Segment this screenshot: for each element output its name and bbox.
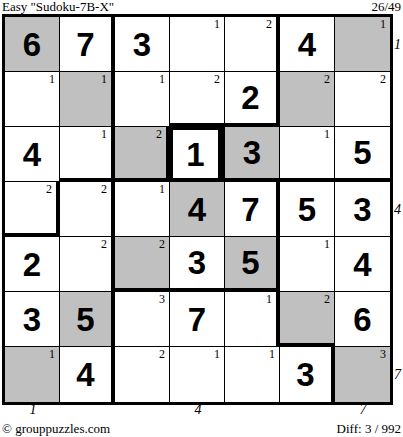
- cell-r3c6[interactable]: 1: [280, 127, 335, 182]
- cell-r2c2[interactable]: 1: [60, 72, 115, 127]
- given-digit: 1: [186, 138, 204, 171]
- given-digit: 4: [23, 138, 41, 171]
- cell-r6c3[interactable]: 3: [115, 292, 170, 347]
- cell-r2c5[interactable]: 2: [225, 72, 280, 127]
- cell-r4c6[interactable]: 5: [280, 182, 335, 237]
- given-digit: 6: [353, 303, 371, 336]
- cell-r4c7[interactable]: 3: [335, 182, 390, 237]
- copyright: © grouppuzzles.com: [2, 421, 110, 437]
- coord-bottom-7: 7: [360, 403, 367, 417]
- cell-r6c2[interactable]: 5: [60, 292, 115, 347]
- cell-r5c7[interactable]: 4: [335, 237, 390, 292]
- cell-r6c4[interactable]: 7: [170, 292, 225, 347]
- cell-r7c1[interactable]: 1: [5, 347, 60, 402]
- cell-r4c5[interactable]: 7: [225, 182, 280, 237]
- pencil-mark: 1: [269, 348, 275, 360]
- given-digit: 4: [188, 193, 206, 226]
- given-digit: 7: [241, 193, 259, 226]
- pencil-mark: 2: [156, 128, 162, 140]
- cell-r2c4[interactable]: 2: [170, 72, 225, 127]
- cell-r3c4[interactable]: 1: [170, 127, 225, 182]
- cell-r4c1[interactable]: 2: [5, 182, 60, 237]
- cell-r1c6[interactable]: 4: [280, 17, 335, 72]
- cell-r4c3[interactable]: 1: [115, 182, 170, 237]
- cell-r7c3[interactable]: 2: [115, 347, 170, 402]
- given-digit: 6: [23, 28, 41, 61]
- given-digit: 5: [298, 193, 316, 226]
- progress-counter: 26/49: [371, 0, 401, 13]
- cell-r6c6[interactable]: 2: [280, 292, 335, 347]
- given-digit: 3: [243, 136, 261, 169]
- coord-right-1: 1: [394, 38, 401, 52]
- cell-r3c5[interactable]: 3: [225, 127, 280, 182]
- given-digit: 7: [188, 303, 206, 336]
- given-digit: 3: [353, 193, 371, 226]
- given-digit: 4: [76, 358, 94, 391]
- cell-r1c2[interactable]: 7: [60, 17, 115, 72]
- pencil-mark: 1: [214, 18, 220, 30]
- header: Easy "Sudoku-7B-X" 26/49: [2, 0, 401, 14]
- pencil-mark: 1: [159, 183, 165, 195]
- pencil-mark: 1: [101, 128, 107, 140]
- pencil-mark: 2: [380, 73, 386, 85]
- cell-r4c2[interactable]: 2: [60, 182, 115, 237]
- given-digit: 3: [188, 246, 206, 279]
- pencil-mark: 1: [380, 18, 386, 30]
- cell-r2c3[interactable]: 1: [115, 72, 170, 127]
- cell-r3c2[interactable]: 1: [60, 127, 115, 182]
- coord-right-7: 7: [394, 368, 401, 382]
- given-digit: 3: [133, 28, 151, 61]
- cell-r5c3[interactable]: 2: [115, 237, 170, 292]
- cell-r3c1[interactable]: 4: [5, 127, 60, 182]
- coord-right-4: 4: [394, 203, 401, 217]
- cell-r1c7[interactable]: 1: [335, 17, 390, 72]
- given-digit: 4: [298, 28, 316, 61]
- cell-r2c1[interactable]: 1: [5, 72, 60, 127]
- pencil-mark: 2: [159, 348, 165, 360]
- cell-r7c7[interactable]: 3: [335, 347, 390, 402]
- pencil-mark: 1: [266, 293, 272, 305]
- pencil-mark: 3: [159, 293, 165, 305]
- given-digit: 3: [296, 358, 314, 391]
- pencil-mark: 2: [101, 238, 107, 250]
- pencil-mark: 1: [324, 128, 330, 140]
- given-digit: 5: [241, 246, 259, 279]
- cell-r7c4[interactable]: 1: [170, 347, 225, 402]
- pencil-mark: 2: [159, 238, 165, 250]
- pencil-mark: 3: [380, 348, 386, 360]
- cell-r4c4[interactable]: 4: [170, 182, 225, 237]
- cell-r1c4[interactable]: 1: [170, 17, 225, 72]
- pencil-mark: 2: [214, 73, 220, 85]
- pencil-mark: 1: [49, 348, 55, 360]
- given-digit: 7: [76, 28, 94, 61]
- pencil-mark: 2: [101, 183, 107, 195]
- given-digit: 3: [23, 303, 41, 336]
- given-digit: 5: [353, 136, 371, 169]
- cell-r6c7[interactable]: 6: [335, 292, 390, 347]
- pencil-mark: 1: [324, 238, 330, 250]
- cell-r3c7[interactable]: 5: [335, 127, 390, 182]
- cell-r7c5[interactable]: 1: [225, 347, 280, 402]
- cell-r1c3[interactable]: 3: [115, 17, 170, 72]
- cell-r6c1[interactable]: 3: [5, 292, 60, 347]
- cell-r3c3[interactable]: 2: [115, 127, 170, 182]
- given-digit: 4: [353, 248, 371, 281]
- given-digit: 2: [23, 248, 41, 281]
- cell-r1c1[interactable]: 6: [5, 17, 60, 72]
- cell-r5c1[interactable]: 2: [5, 237, 60, 292]
- cell-r7c2[interactable]: 4: [60, 347, 115, 402]
- pencil-mark: 1: [159, 73, 165, 85]
- difficulty-indicator: Diff: 3 / 992: [337, 421, 401, 437]
- puzzle-title: Easy "Sudoku-7B-X": [2, 0, 114, 13]
- given-digit: 5: [76, 303, 94, 336]
- given-digit: 2: [241, 81, 259, 114]
- pencil-mark: 1: [214, 348, 220, 360]
- pencil-mark: 2: [266, 18, 272, 30]
- cell-r7c6[interactable]: 3: [280, 347, 335, 402]
- cell-r2c7[interactable]: 2: [335, 72, 390, 127]
- coord-bottom-1: 1: [30, 403, 37, 417]
- pencil-mark: 2: [324, 293, 330, 305]
- pencil-mark: 1: [101, 73, 107, 85]
- pencil-mark: 1: [49, 73, 55, 85]
- cell-r6c5[interactable]: 1: [225, 292, 280, 347]
- cell-r5c6[interactable]: 1: [280, 237, 335, 292]
- cell-r5c4[interactable]: 3: [170, 237, 225, 292]
- cell-r5c5[interactable]: 5: [225, 237, 280, 292]
- cell-r1c5[interactable]: 2: [225, 17, 280, 72]
- pencil-mark: 2: [324, 73, 330, 85]
- pencil-mark: 2: [46, 183, 52, 195]
- cell-r5c2[interactable]: 2: [60, 237, 115, 292]
- coord-bottom-4: 4: [195, 403, 202, 417]
- sudoku-board: 6731241111222241213152214753222351435371…: [2, 14, 393, 405]
- cell-r2c6[interactable]: 2: [280, 72, 335, 127]
